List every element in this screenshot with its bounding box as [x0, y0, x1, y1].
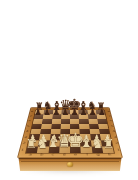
- rank-label: 7: [29, 115, 33, 117]
- rank-label: 5: [110, 125, 115, 127]
- file-label: h: [107, 154, 113, 157]
- black-pawn-f7[interactable]: ♟: [80, 108, 88, 117]
- file-label: d: [62, 154, 67, 157]
- file-label: g: [96, 154, 101, 157]
- file-label: b: [39, 154, 44, 157]
- black-pawn-d7[interactable]: ♟: [62, 108, 70, 117]
- rank-label: 4: [111, 130, 116, 132]
- file-label: a: [28, 154, 34, 157]
- rank-label: 2: [114, 142, 119, 144]
- rank-label: 7: [108, 115, 112, 117]
- white-knight-g1[interactable]: ♞: [92, 137, 104, 150]
- rank-label: 5: [26, 125, 31, 127]
- black-pawn-e7[interactable]: ♟: [71, 108, 79, 117]
- board-front-edge: [18, 158, 123, 171]
- brass-clasp-icon: [67, 162, 73, 167]
- white-rook-a1[interactable]: ♜: [26, 138, 37, 150]
- rank-label: 1: [20, 149, 25, 152]
- black-pawn-b7[interactable]: ♟: [43, 108, 51, 117]
- black-pawn-g7[interactable]: ♟: [89, 108, 97, 117]
- rank-label: 8: [107, 111, 111, 113]
- file-label: c: [50, 154, 55, 157]
- black-pawn-c7[interactable]: ♟: [52, 108, 60, 117]
- file-label: f: [84, 154, 89, 157]
- black-pawn-h7[interactable]: ♟: [98, 108, 106, 117]
- rank-label: 1: [116, 149, 121, 152]
- white-rook-h1[interactable]: ♜: [103, 138, 114, 150]
- black-pawn-a7[interactable]: ♟: [34, 108, 42, 117]
- product-photo-scene: abcdefgh1122334455667788 ♜♞♝♛♚♝♞♜♟♟♟♟♟♟♟…: [0, 0, 138, 180]
- rank-label: 6: [109, 120, 114, 122]
- file-label: e: [73, 154, 78, 157]
- rank-label: 6: [27, 120, 32, 122]
